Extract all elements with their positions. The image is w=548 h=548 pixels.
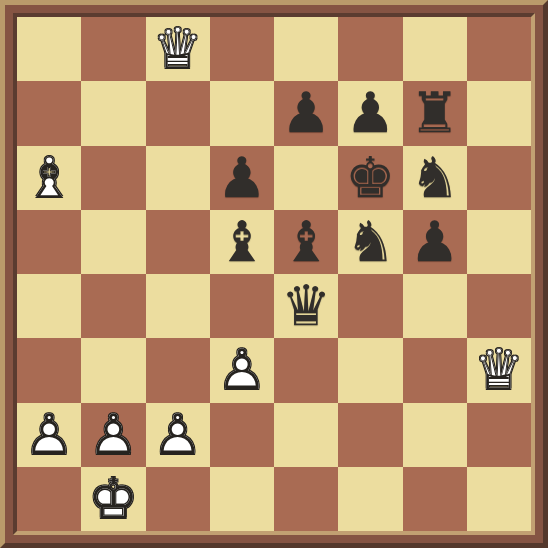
black-knight-icon: ♞: [403, 146, 467, 210]
square-b1[interactable]: ♚♔: [81, 467, 145, 531]
square-d4[interactable]: [210, 274, 274, 338]
white-pawn-outline-icon: ♙: [17, 403, 81, 467]
square-e5[interactable]: ♝: [274, 210, 338, 274]
square-d6[interactable]: ♟: [210, 146, 274, 210]
black-bishop-icon: ♝: [274, 210, 338, 274]
square-f4[interactable]: [338, 274, 402, 338]
piece-black-rook-g7[interactable]: ♜: [403, 81, 467, 145]
piece-white-pawn-a2[interactable]: ♟♙: [17, 403, 81, 467]
square-d1[interactable]: [210, 467, 274, 531]
square-a5[interactable]: [17, 210, 81, 274]
black-rook-icon: ♜: [403, 81, 467, 145]
square-g2[interactable]: [403, 403, 467, 467]
square-g7[interactable]: ♜: [403, 81, 467, 145]
square-a2[interactable]: ♟♙: [17, 403, 81, 467]
square-f1[interactable]: [338, 467, 402, 531]
white-king-outline-icon: ♔: [81, 467, 145, 531]
piece-black-pawn-d6[interactable]: ♟: [210, 146, 274, 210]
piece-white-pawn-b2[interactable]: ♟♙: [81, 403, 145, 467]
square-h8[interactable]: [467, 17, 531, 81]
square-c7[interactable]: [146, 81, 210, 145]
piece-black-knight-f5[interactable]: ♞: [338, 210, 402, 274]
square-f5[interactable]: ♞: [338, 210, 402, 274]
square-f6[interactable]: ♚: [338, 146, 402, 210]
square-f3[interactable]: [338, 338, 402, 402]
white-pawn-outline-icon: ♙: [146, 403, 210, 467]
black-knight-icon: ♞: [338, 210, 402, 274]
square-g1[interactable]: [403, 467, 467, 531]
piece-black-bishop-d5[interactable]: ♝: [210, 210, 274, 274]
black-bishop-icon: ♝: [210, 210, 274, 274]
square-b8[interactable]: [81, 17, 145, 81]
square-e6[interactable]: [274, 146, 338, 210]
square-g6[interactable]: ♞: [403, 146, 467, 210]
square-g3[interactable]: [403, 338, 467, 402]
square-h1[interactable]: [467, 467, 531, 531]
piece-black-queen-e4[interactable]: ♛: [274, 274, 338, 338]
square-f8[interactable]: [338, 17, 402, 81]
square-f7[interactable]: ♟: [338, 81, 402, 145]
piece-white-bishop-a6[interactable]: ♝♗: [17, 146, 81, 210]
square-d3[interactable]: ♟♙: [210, 338, 274, 402]
square-e7[interactable]: ♟: [274, 81, 338, 145]
square-b4[interactable]: [81, 274, 145, 338]
square-e4[interactable]: ♛: [274, 274, 338, 338]
square-c6[interactable]: [146, 146, 210, 210]
piece-black-pawn-f7[interactable]: ♟: [338, 81, 402, 145]
square-e3[interactable]: [274, 338, 338, 402]
chess-board: ♛♕♟♟♜♝♗♟♚♞♝♝♞♟♛♟♙♛♕♟♙♟♙♟♙♚♔: [17, 17, 531, 531]
white-queen-outline-icon: ♕: [467, 338, 531, 402]
square-b6[interactable]: [81, 146, 145, 210]
white-queen-outline-icon: ♕: [146, 17, 210, 81]
square-a1[interactable]: [17, 467, 81, 531]
piece-black-king-f6[interactable]: ♚: [338, 146, 402, 210]
square-h5[interactable]: [467, 210, 531, 274]
square-b3[interactable]: [81, 338, 145, 402]
square-c5[interactable]: [146, 210, 210, 274]
square-b2[interactable]: ♟♙: [81, 403, 145, 467]
piece-white-king-b1[interactable]: ♚♔: [81, 467, 145, 531]
square-b5[interactable]: [81, 210, 145, 274]
square-h2[interactable]: [467, 403, 531, 467]
white-pawn-outline-icon: ♙: [210, 338, 274, 402]
piece-black-bishop-e5[interactable]: ♝: [274, 210, 338, 274]
square-a6[interactable]: ♝♗: [17, 146, 81, 210]
square-b7[interactable]: [81, 81, 145, 145]
chess-board-inner-edge: ♛♕♟♟♜♝♗♟♚♞♝♝♞♟♛♟♙♛♕♟♙♟♙♟♙♚♔: [13, 13, 535, 535]
black-pawn-icon: ♟: [403, 210, 467, 274]
piece-white-pawn-c2[interactable]: ♟♙: [146, 403, 210, 467]
white-bishop-outline-icon: ♗: [17, 146, 81, 210]
black-pawn-icon: ♟: [338, 81, 402, 145]
piece-white-queen-h3[interactable]: ♛♕: [467, 338, 531, 402]
square-c1[interactable]: [146, 467, 210, 531]
square-e2[interactable]: [274, 403, 338, 467]
square-g5[interactable]: ♟: [403, 210, 467, 274]
black-king-icon: ♚: [338, 146, 402, 210]
square-e8[interactable]: [274, 17, 338, 81]
square-g4[interactable]: [403, 274, 467, 338]
piece-white-pawn-d3[interactable]: ♟♙: [210, 338, 274, 402]
square-a7[interactable]: [17, 81, 81, 145]
square-a3[interactable]: [17, 338, 81, 402]
piece-black-pawn-e7[interactable]: ♟: [274, 81, 338, 145]
black-pawn-icon: ♟: [274, 81, 338, 145]
square-c2[interactable]: ♟♙: [146, 403, 210, 467]
white-pawn-outline-icon: ♙: [81, 403, 145, 467]
square-d7[interactable]: [210, 81, 274, 145]
square-c8[interactable]: ♛♕: [146, 17, 210, 81]
square-a4[interactable]: [17, 274, 81, 338]
square-f2[interactable]: [338, 403, 402, 467]
black-queen-icon: ♛: [274, 274, 338, 338]
square-h4[interactable]: [467, 274, 531, 338]
black-pawn-icon: ♟: [210, 146, 274, 210]
square-c3[interactable]: [146, 338, 210, 402]
square-h3[interactable]: ♛♕: [467, 338, 531, 402]
square-c4[interactable]: [146, 274, 210, 338]
square-d2[interactable]: [210, 403, 274, 467]
piece-white-queen-c8[interactable]: ♛♕: [146, 17, 210, 81]
piece-black-pawn-g5[interactable]: ♟: [403, 210, 467, 274]
square-d5[interactable]: ♝: [210, 210, 274, 274]
square-g8[interactable]: [403, 17, 467, 81]
square-d8[interactable]: [210, 17, 274, 81]
square-a8[interactable]: [17, 17, 81, 81]
square-h6[interactable]: [467, 146, 531, 210]
chess-board-frame: ♛♕♟♟♜♝♗♟♚♞♝♝♞♟♛♟♙♛♕♟♙♟♙♟♙♚♔: [0, 0, 548, 548]
square-e1[interactable]: [274, 467, 338, 531]
piece-black-knight-g6[interactable]: ♞: [403, 146, 467, 210]
square-h7[interactable]: [467, 81, 531, 145]
